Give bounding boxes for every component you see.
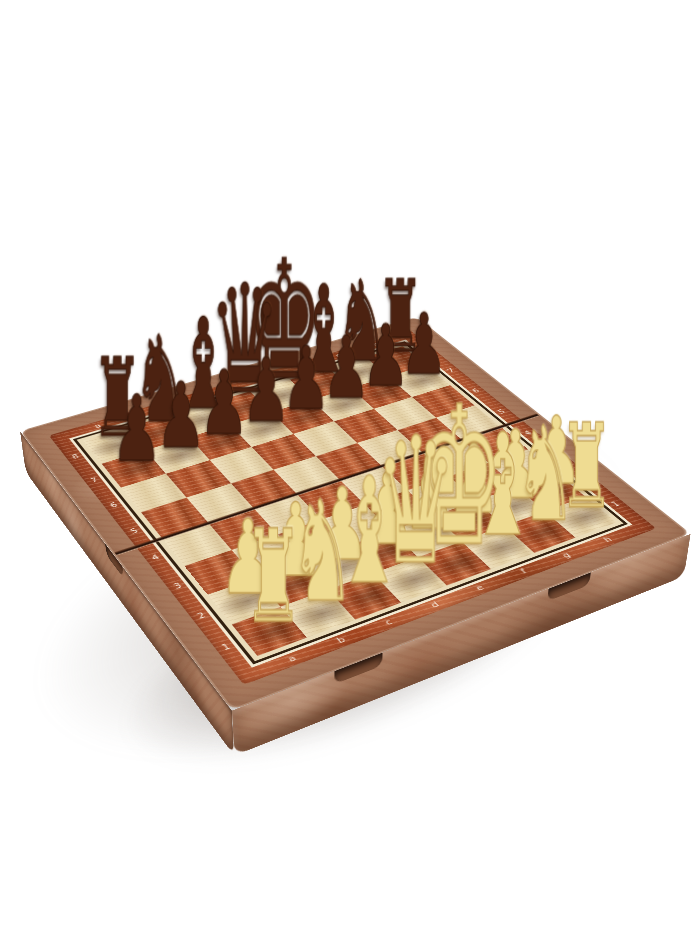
white-rook-icon: ♜ [221,515,328,636]
photo-stage: ♜♞♝♛♚♝♞♜♟♟♟♟♟♟♟♟♟♟♟♟♟♟♟♟♜♞♝♛♚♝♞♜ abcdefg… [0,0,700,933]
black-pawn-icon: ♟ [82,386,193,473]
scene-3d: ♜♞♝♛♚♝♞♜♟♟♟♟♟♟♟♟♟♟♟♟♟♟♟♟♜♞♝♛♚♝♞♜ abcdefg… [0,0,700,933]
chess-board: ♜♞♝♛♚♝♞♜♟♟♟♟♟♟♟♟♟♟♟♟♟♟♟♟♜♞♝♛♚♝♞♜ abcdefg… [20,317,691,711]
board-top-surface: ♜♞♝♛♚♝♞♜♟♟♟♟♟♟♟♟♟♟♟♟♟♟♟♟♜♞♝♛♚♝♞♜ abcdefg… [20,317,691,711]
